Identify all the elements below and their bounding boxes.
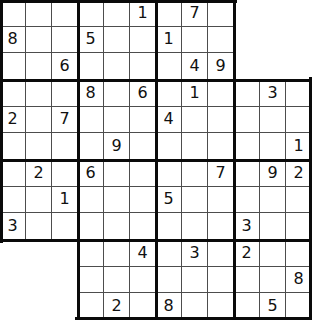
sudoku-cell-empty[interactable] bbox=[286, 293, 312, 320]
sudoku-cell-empty[interactable] bbox=[52, 213, 78, 240]
sudoku-cell-empty[interactable] bbox=[78, 213, 104, 240]
void-cell bbox=[286, 27, 312, 54]
sudoku-cell-empty[interactable] bbox=[52, 133, 78, 160]
sudoku-cell-given[interactable]: 6 bbox=[78, 160, 104, 187]
sudoku-cell-given[interactable]: 1 bbox=[52, 187, 78, 214]
sudoku-cell-empty[interactable] bbox=[78, 240, 104, 267]
sudoku-cell-given[interactable]: 8 bbox=[156, 293, 182, 320]
void-cell bbox=[0, 267, 26, 294]
sudoku-cell-empty[interactable] bbox=[78, 293, 104, 320]
sudoku-cell-empty[interactable] bbox=[156, 53, 182, 80]
sudoku-cell-given[interactable]: 1 bbox=[286, 133, 312, 160]
sudoku-cell-empty[interactable] bbox=[0, 80, 26, 107]
sudoku-cell-empty[interactable] bbox=[286, 80, 312, 107]
void-cell bbox=[286, 53, 312, 80]
sudoku-cell-empty[interactable] bbox=[182, 267, 208, 294]
sudoku-cell-given[interactable]: 3 bbox=[182, 240, 208, 267]
void-cell bbox=[26, 293, 52, 320]
sudoku-cell-empty[interactable] bbox=[130, 53, 156, 80]
sudoku-cell-given[interactable]: 5 bbox=[260, 293, 286, 320]
sudoku-cell-given[interactable]: 1 bbox=[156, 27, 182, 54]
void-cell bbox=[260, 53, 286, 80]
sudoku-cell-empty[interactable] bbox=[130, 107, 156, 134]
void-cell bbox=[260, 0, 286, 27]
sudoku-cell-empty[interactable] bbox=[208, 0, 234, 27]
sudoku-cell-empty[interactable] bbox=[234, 107, 260, 134]
sudoku-cell-given[interactable]: 2 bbox=[26, 160, 52, 187]
sudoku-cell-given[interactable]: 5 bbox=[156, 187, 182, 214]
sudoku-cell-given[interactable]: 4 bbox=[182, 53, 208, 80]
sudoku-cell-empty[interactable] bbox=[286, 213, 312, 240]
sudoku-cell-given[interactable]: 3 bbox=[0, 213, 26, 240]
sudoku-cell-empty[interactable] bbox=[208, 80, 234, 107]
sudoku-cell-empty[interactable] bbox=[182, 27, 208, 54]
sudoku-cell-empty[interactable] bbox=[78, 0, 104, 27]
sudoku-cell-empty[interactable] bbox=[104, 27, 130, 54]
void-cell bbox=[234, 27, 260, 54]
sudoku-cell-empty[interactable] bbox=[52, 27, 78, 54]
sudoku-cell-given[interactable]: 7 bbox=[208, 160, 234, 187]
sudoku-cell-empty[interactable] bbox=[26, 0, 52, 27]
sudoku-cell-given[interactable]: 9 bbox=[260, 160, 286, 187]
sudoku-cell-given[interactable]: 1 bbox=[182, 80, 208, 107]
sudoku-cell-empty[interactable] bbox=[182, 107, 208, 134]
sudoku-cell-empty[interactable] bbox=[26, 80, 52, 107]
sudoku-cell-empty[interactable] bbox=[52, 160, 78, 187]
sudoku-cell-empty[interactable] bbox=[182, 160, 208, 187]
sudoku-cell-given[interactable]: 4 bbox=[130, 240, 156, 267]
sudoku-cell-empty[interactable] bbox=[52, 0, 78, 27]
sudoku-cell-empty[interactable] bbox=[0, 53, 26, 80]
sudoku-cell-empty[interactable] bbox=[208, 107, 234, 134]
sudoku-cell-empty[interactable] bbox=[26, 133, 52, 160]
sudoku-cell-empty[interactable] bbox=[78, 133, 104, 160]
sudoku-cell-empty[interactable] bbox=[156, 240, 182, 267]
sudoku-cell-empty[interactable] bbox=[234, 293, 260, 320]
sudoku-cell-empty[interactable] bbox=[208, 213, 234, 240]
sudoku-cell-empty[interactable] bbox=[260, 267, 286, 294]
sudoku-cell-given[interactable]: 9 bbox=[208, 53, 234, 80]
sudoku-cell-empty[interactable] bbox=[156, 213, 182, 240]
sudoku-cell-given[interactable]: 5 bbox=[78, 27, 104, 54]
sudoku-cell-empty[interactable] bbox=[234, 267, 260, 294]
sudoku-cell-empty[interactable] bbox=[104, 240, 130, 267]
sudoku-cell-given[interactable]: 2 bbox=[286, 160, 312, 187]
sudoku-cell-empty[interactable] bbox=[156, 133, 182, 160]
sudoku-cell-empty[interactable] bbox=[260, 187, 286, 214]
sudoku-cell-empty[interactable] bbox=[130, 160, 156, 187]
sudoku-cell-empty[interactable] bbox=[26, 107, 52, 134]
sudoku-cell-empty[interactable] bbox=[130, 293, 156, 320]
sudoku-cell-empty[interactable] bbox=[26, 213, 52, 240]
sudoku-cell-empty[interactable] bbox=[156, 267, 182, 294]
sudoku-cell-empty[interactable] bbox=[104, 53, 130, 80]
void-cell bbox=[0, 293, 26, 320]
sudoku-cell-empty[interactable] bbox=[78, 53, 104, 80]
sudoku-cell-empty[interactable] bbox=[182, 213, 208, 240]
sudoku-cell-empty[interactable] bbox=[104, 267, 130, 294]
sudoku-cell-given[interactable]: 8 bbox=[286, 267, 312, 294]
sudoku-cell-empty[interactable] bbox=[286, 107, 312, 134]
void-cell bbox=[26, 240, 52, 267]
sudoku-cell-empty[interactable] bbox=[286, 187, 312, 214]
sudoku-cell-empty[interactable] bbox=[104, 187, 130, 214]
sudoku-cell-empty[interactable] bbox=[78, 187, 104, 214]
sudoku-cell-given[interactable]: 6 bbox=[130, 80, 156, 107]
sudoku-board: 178516498613274912679215334328285 bbox=[0, 0, 312, 320]
sudoku-cell-empty[interactable] bbox=[208, 240, 234, 267]
sudoku-cell-empty[interactable] bbox=[208, 133, 234, 160]
sudoku-cell-empty[interactable] bbox=[26, 27, 52, 54]
sudoku-cell-empty[interactable] bbox=[104, 107, 130, 134]
sudoku-cell-empty[interactable] bbox=[208, 267, 234, 294]
sudoku-cell-empty[interactable] bbox=[260, 133, 286, 160]
sudoku-cell-empty[interactable] bbox=[104, 213, 130, 240]
sudoku-cell-empty[interactable] bbox=[26, 53, 52, 80]
sudoku-cell-empty[interactable] bbox=[208, 293, 234, 320]
sudoku-cell-empty[interactable] bbox=[26, 187, 52, 214]
sudoku-cell-given[interactable]: 9 bbox=[104, 133, 130, 160]
sudoku-cell-empty[interactable] bbox=[130, 213, 156, 240]
void-cell bbox=[286, 0, 312, 27]
sudoku-cell-empty[interactable] bbox=[182, 187, 208, 214]
sudoku-cell-given[interactable]: 2 bbox=[0, 107, 26, 134]
void-cell bbox=[0, 240, 26, 267]
sudoku-cell-empty[interactable] bbox=[260, 240, 286, 267]
sudoku-cell-empty[interactable] bbox=[208, 187, 234, 214]
sudoku-cell-given[interactable]: 6 bbox=[52, 53, 78, 80]
sudoku-cell-empty[interactable] bbox=[104, 160, 130, 187]
sudoku-cell-given[interactable]: 3 bbox=[260, 80, 286, 107]
sudoku-cell-empty[interactable] bbox=[260, 107, 286, 134]
void-cell bbox=[52, 293, 78, 320]
sudoku-cell-empty[interactable] bbox=[234, 187, 260, 214]
sudoku-cell-empty[interactable] bbox=[78, 107, 104, 134]
sudoku-cell-empty[interactable] bbox=[182, 293, 208, 320]
sudoku-cell-empty[interactable] bbox=[104, 0, 130, 27]
sudoku-cell-given[interactable]: 8 bbox=[78, 80, 104, 107]
sudoku-cell-empty[interactable] bbox=[0, 0, 26, 27]
void-cell bbox=[260, 27, 286, 54]
sudoku-cell-given[interactable]: 1 bbox=[130, 0, 156, 27]
sudoku-cell-given[interactable]: 7 bbox=[182, 0, 208, 27]
sudoku-cell-empty[interactable] bbox=[208, 27, 234, 54]
sudoku-cell-empty[interactable] bbox=[0, 187, 26, 214]
sudoku-cell-empty[interactable] bbox=[0, 133, 26, 160]
sudoku-cell-empty[interactable] bbox=[234, 133, 260, 160]
sudoku-cell-empty[interactable] bbox=[78, 267, 104, 294]
sudoku-cell-empty[interactable] bbox=[156, 80, 182, 107]
sudoku-cell-given[interactable]: 2 bbox=[234, 240, 260, 267]
sudoku-cell-empty[interactable] bbox=[104, 80, 130, 107]
sudoku-cell-empty[interactable] bbox=[260, 213, 286, 240]
sudoku-cell-empty[interactable] bbox=[234, 80, 260, 107]
sudoku-cell-empty[interactable] bbox=[52, 80, 78, 107]
sudoku-cell-empty[interactable] bbox=[130, 27, 156, 54]
sudoku-cell-empty[interactable] bbox=[286, 240, 312, 267]
sudoku-cell-empty[interactable] bbox=[182, 133, 208, 160]
sudoku-cell-empty[interactable] bbox=[130, 267, 156, 294]
void-cell bbox=[26, 267, 52, 294]
sudoku-cell-empty[interactable] bbox=[234, 160, 260, 187]
sudoku-cell-empty[interactable] bbox=[130, 187, 156, 214]
sudoku-cell-given[interactable]: 8 bbox=[0, 27, 26, 54]
sudoku-cell-given[interactable]: 7 bbox=[52, 107, 78, 134]
sudoku-cell-empty[interactable] bbox=[156, 160, 182, 187]
void-cell bbox=[234, 0, 260, 27]
sudoku-cell-given[interactable]: 2 bbox=[104, 293, 130, 320]
void-cell bbox=[52, 267, 78, 294]
sudoku-cell-empty[interactable] bbox=[156, 0, 182, 27]
void-cell bbox=[234, 53, 260, 80]
sudoku-cell-given[interactable]: 4 bbox=[156, 107, 182, 134]
void-cell bbox=[52, 240, 78, 267]
sudoku-cell-empty[interactable] bbox=[0, 160, 26, 187]
sudoku-cell-given[interactable]: 3 bbox=[234, 213, 260, 240]
sudoku-cell-empty[interactable] bbox=[130, 133, 156, 160]
